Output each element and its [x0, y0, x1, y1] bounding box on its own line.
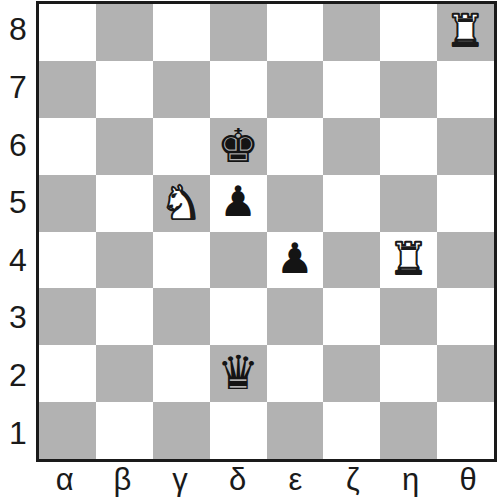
square-g4[interactable]: ♜: [380, 232, 437, 289]
square-a4[interactable]: [39, 232, 96, 289]
square-g7[interactable]: [380, 61, 437, 118]
square-f5[interactable]: [323, 175, 380, 232]
square-f2[interactable]: [323, 345, 380, 402]
square-e5[interactable]: [267, 175, 324, 232]
rank-label-8: 8: [0, 1, 36, 59]
square-e1[interactable]: [267, 402, 324, 459]
square-h6[interactable]: [437, 118, 494, 175]
square-b4[interactable]: [96, 232, 153, 289]
square-e2[interactable]: [267, 345, 324, 402]
square-a5[interactable]: [39, 175, 96, 232]
square-g3[interactable]: [380, 288, 437, 345]
square-f3[interactable]: [323, 288, 380, 345]
file-label-a: α: [36, 461, 94, 499]
rank-label-7: 7: [0, 59, 36, 117]
square-a2[interactable]: [39, 345, 96, 402]
square-a1[interactable]: [39, 402, 96, 459]
rank-label-4: 4: [0, 232, 36, 290]
file-label-d: δ: [209, 461, 267, 499]
file-label-h: θ: [439, 461, 497, 499]
square-g2[interactable]: [380, 345, 437, 402]
black-pawn-icon[interactable]: ♟: [276, 238, 314, 280]
square-b5[interactable]: [96, 175, 153, 232]
square-a7[interactable]: [39, 61, 96, 118]
file-label-f: ζ: [324, 461, 382, 499]
square-d3[interactable]: [210, 288, 267, 345]
square-g5[interactable]: [380, 175, 437, 232]
square-h5[interactable]: [437, 175, 494, 232]
square-e8[interactable]: [267, 4, 324, 61]
file-label-b: β: [94, 461, 152, 499]
rank-label-5: 5: [0, 174, 36, 232]
square-c4[interactable]: [153, 232, 210, 289]
square-b1[interactable]: [96, 402, 153, 459]
square-c1[interactable]: [153, 402, 210, 459]
square-f4[interactable]: [323, 232, 380, 289]
file-label-g: η: [382, 461, 440, 499]
black-queen-icon[interactable]: ♛: [217, 349, 259, 396]
square-f1[interactable]: [323, 402, 380, 459]
square-h7[interactable]: [437, 61, 494, 118]
square-c3[interactable]: [153, 288, 210, 345]
square-h8[interactable]: ♜: [437, 4, 494, 61]
square-b6[interactable]: [96, 118, 153, 175]
square-h3[interactable]: [437, 288, 494, 345]
square-b2[interactable]: [96, 345, 153, 402]
square-a8[interactable]: [39, 4, 96, 61]
square-a3[interactable]: [39, 288, 96, 345]
square-d5[interactable]: ♟: [210, 175, 267, 232]
square-h4[interactable]: [437, 232, 494, 289]
square-d8[interactable]: [210, 4, 267, 61]
rank-label-3: 3: [0, 289, 36, 347]
square-a6[interactable]: [39, 118, 96, 175]
square-c7[interactable]: [153, 61, 210, 118]
black-king-icon[interactable]: ♚: [217, 122, 259, 169]
rank-label-1: 1: [0, 404, 36, 462]
square-c5[interactable]: ♞: [153, 175, 210, 232]
square-b3[interactable]: [96, 288, 153, 345]
square-e6[interactable]: [267, 118, 324, 175]
square-f6[interactable]: [323, 118, 380, 175]
square-d2[interactable]: ♛: [210, 345, 267, 402]
square-e4[interactable]: ♟: [267, 232, 324, 289]
square-b8[interactable]: [96, 4, 153, 61]
square-d4[interactable]: [210, 232, 267, 289]
file-label-e: ε: [267, 461, 325, 499]
square-h2[interactable]: [437, 345, 494, 402]
white-rook-icon[interactable]: ♜: [389, 237, 428, 281]
black-pawn-icon[interactable]: ♟: [219, 181, 257, 223]
square-h1[interactable]: [437, 402, 494, 459]
chess-diagram: 87654321 ♜♚♞♟♟♜♛ αβγδεζηθ: [0, 0, 500, 500]
white-rook-icon[interactable]: ♜: [446, 9, 485, 53]
chess-board: ♜♚♞♟♟♜♛: [36, 1, 497, 462]
square-g1[interactable]: [380, 402, 437, 459]
white-knight-icon[interactable]: ♞: [160, 179, 202, 226]
square-g8[interactable]: [380, 4, 437, 61]
square-g6[interactable]: [380, 118, 437, 175]
square-c8[interactable]: [153, 4, 210, 61]
square-e3[interactable]: [267, 288, 324, 345]
file-labels: αβγδεζηθ: [36, 461, 497, 499]
square-c6[interactable]: [153, 118, 210, 175]
square-d6[interactable]: ♚: [210, 118, 267, 175]
square-f7[interactable]: [323, 61, 380, 118]
rank-labels: 87654321: [0, 1, 36, 462]
rank-label-6: 6: [0, 116, 36, 174]
square-d7[interactable]: [210, 61, 267, 118]
rank-label-2: 2: [0, 347, 36, 405]
square-d1[interactable]: [210, 402, 267, 459]
square-f8[interactable]: [323, 4, 380, 61]
square-b7[interactable]: [96, 61, 153, 118]
square-e7[interactable]: [267, 61, 324, 118]
square-c2[interactable]: [153, 345, 210, 402]
file-label-c: γ: [151, 461, 209, 499]
